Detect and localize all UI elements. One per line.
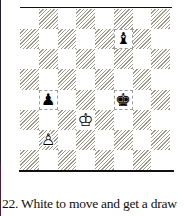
chess-board: ♝♟♚♔♟♙ — [20, 9, 170, 170]
square-h2[interactable] — [151, 130, 170, 150]
square-f1[interactable] — [114, 150, 133, 170]
square-f5[interactable] — [114, 69, 133, 89]
square-b3[interactable] — [39, 110, 58, 130]
square-a1[interactable] — [20, 150, 39, 170]
square-b2[interactable]: ♟♙ — [39, 130, 58, 150]
square-b1[interactable] — [39, 150, 58, 170]
square-f7[interactable]: ♝ — [114, 29, 133, 49]
square-h8[interactable] — [151, 9, 170, 29]
square-h1[interactable] — [151, 150, 170, 170]
square-e4[interactable] — [95, 90, 114, 110]
square-c6[interactable] — [58, 49, 77, 69]
square-c8[interactable] — [58, 9, 77, 29]
square-f2[interactable] — [114, 130, 133, 150]
square-e5[interactable] — [95, 69, 114, 89]
square-g1[interactable] — [133, 150, 152, 170]
square-g8[interactable] — [133, 9, 152, 29]
book-page: ♝♟♚♔♟♙ 22. White to move and get a draw — [0, 0, 186, 216]
square-c2[interactable] — [58, 130, 77, 150]
square-f6[interactable] — [114, 49, 133, 69]
square-h3[interactable] — [151, 110, 170, 130]
square-d2[interactable] — [76, 130, 95, 150]
square-h4[interactable] — [151, 90, 170, 110]
square-c7[interactable] — [58, 29, 77, 49]
square-h6[interactable] — [151, 49, 170, 69]
square-a5[interactable] — [20, 69, 39, 89]
square-g7[interactable] — [133, 29, 152, 49]
white-king: ♔ — [78, 111, 94, 129]
square-c3[interactable] — [58, 110, 77, 130]
square-g3[interactable] — [133, 110, 152, 130]
square-d8[interactable] — [76, 9, 95, 29]
square-g6[interactable] — [133, 49, 152, 69]
board-frame-bottom-line — [19, 170, 174, 172]
square-a6[interactable] — [20, 49, 39, 69]
square-b7[interactable] — [39, 29, 58, 49]
square-c1[interactable] — [58, 150, 77, 170]
square-d7[interactable] — [76, 29, 95, 49]
square-b4[interactable]: ♟ — [39, 90, 58, 110]
square-e3[interactable] — [95, 110, 114, 130]
square-a2[interactable] — [20, 130, 39, 150]
square-d3[interactable]: ♔ — [76, 110, 95, 130]
square-g2[interactable] — [133, 130, 152, 150]
white-pawn: ♟♙ — [41, 132, 55, 148]
square-a8[interactable] — [20, 9, 39, 29]
diagram-caption: 22. White to move and get a draw — [2, 196, 186, 212]
white-pawn-outline: ♙ — [41, 130, 55, 149]
square-e8[interactable] — [95, 9, 114, 29]
square-d1[interactable] — [76, 150, 95, 170]
square-d6[interactable] — [76, 49, 95, 69]
square-c4[interactable] — [58, 90, 77, 110]
square-a7[interactable] — [20, 29, 39, 49]
square-g4[interactable] — [133, 90, 152, 110]
square-e2[interactable] — [95, 130, 114, 150]
square-b6[interactable] — [39, 49, 58, 69]
square-d5[interactable] — [76, 69, 95, 89]
square-g5[interactable] — [133, 69, 152, 89]
square-a4[interactable] — [20, 90, 39, 110]
board-frame-right-line — [0, 163, 1, 216]
black-bishop: ♝ — [116, 31, 130, 47]
square-h5[interactable] — [151, 69, 170, 89]
black-king: ♚ — [115, 91, 131, 109]
square-c5[interactable] — [58, 69, 77, 89]
board-frame-left-line — [0, 0, 1, 163]
board-frame-top-line — [20, 7, 172, 8]
square-e6[interactable] — [95, 49, 114, 69]
square-e1[interactable] — [95, 150, 114, 170]
black-pawn: ♟ — [41, 92, 55, 108]
square-f4[interactable]: ♚ — [114, 90, 133, 110]
square-b5[interactable] — [39, 69, 58, 89]
square-f3[interactable] — [114, 110, 133, 130]
square-b8[interactable] — [39, 9, 58, 29]
square-a3[interactable] — [20, 110, 39, 130]
square-e7[interactable] — [95, 29, 114, 49]
square-h7[interactable] — [151, 29, 170, 49]
square-f8[interactable] — [114, 9, 133, 29]
square-d4[interactable] — [76, 90, 95, 110]
